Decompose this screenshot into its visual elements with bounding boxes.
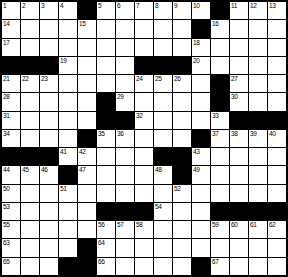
black-cell-r9c2: [21, 148, 39, 165]
cell-r14c6[interactable]: 64: [97, 239, 115, 256]
clue-number: 52: [174, 185, 181, 192]
cell-r1c9[interactable]: 8: [154, 2, 172, 19]
crossword-grid: 1234567891011121314151617181920212223242…: [0, 0, 288, 277]
cell-r7c12[interactable]: 33: [211, 112, 229, 129]
cell-r2c10[interactable]: [173, 20, 191, 37]
cell-r7c9[interactable]: [154, 112, 172, 129]
cell-r2c2[interactable]: [21, 20, 39, 37]
clue-number: 41: [60, 148, 67, 155]
clue-number: 39: [250, 130, 257, 137]
cell-r14c2[interactable]: [21, 239, 39, 256]
clue-number: 48: [155, 166, 162, 173]
cell-r9c15[interactable]: [268, 148, 286, 165]
cell-r10c12[interactable]: [211, 166, 229, 183]
cell-r8c4[interactable]: [59, 130, 77, 147]
black-cell-r9c1: [2, 148, 20, 165]
clue-number: 58: [136, 221, 143, 228]
clue-number: 60: [231, 221, 238, 228]
clue-number: 8: [155, 2, 158, 9]
clue-number: 24: [136, 75, 143, 82]
cell-r2c12[interactable]: 16: [211, 20, 229, 37]
cell-r11c12[interactable]: [211, 185, 229, 202]
cell-r15c9[interactable]: [154, 258, 172, 275]
cell-r13c3[interactable]: [40, 221, 58, 238]
cell-r15c12[interactable]: 67: [211, 258, 229, 275]
clue-number: 53: [3, 203, 10, 210]
cell-r9c6[interactable]: [97, 148, 115, 165]
cell-r8c12[interactable]: 37: [211, 130, 229, 147]
cell-r3c2[interactable]: [21, 39, 39, 56]
cell-r12c9[interactable]: 54: [154, 203, 172, 220]
cell-r6c15[interactable]: [268, 93, 286, 110]
clue-number: 62: [269, 221, 276, 228]
cell-r2c15[interactable]: [268, 20, 286, 37]
clue-number: 11: [231, 2, 237, 9]
cell-r3c8[interactable]: [135, 39, 153, 56]
cell-r5c6[interactable]: [97, 75, 115, 92]
cell-r5c15[interactable]: [268, 75, 286, 92]
clue-number: 28: [3, 93, 10, 100]
cell-r3c3[interactable]: [40, 39, 58, 56]
black-cell-r12c7: [116, 203, 134, 220]
cell-r1c2[interactable]: 2: [21, 2, 39, 19]
cell-r8c2[interactable]: [21, 130, 39, 147]
black-cell-r9c3: [40, 148, 58, 165]
cell-r12c11[interactable]: [192, 203, 210, 220]
cell-r12c10[interactable]: [173, 203, 191, 220]
cell-r3c1[interactable]: 17: [2, 39, 20, 56]
clue-number: 25: [155, 75, 162, 82]
cell-r11c14[interactable]: [249, 185, 267, 202]
cell-r11c7[interactable]: [116, 185, 134, 202]
clue-number: 9: [174, 2, 177, 9]
clue-number: 30: [231, 93, 238, 100]
cell-r4c6[interactable]: [97, 57, 115, 74]
cell-r5c14[interactable]: [249, 75, 267, 92]
cell-r2c1[interactable]: 14: [2, 20, 20, 37]
black-cell-r6c6: [97, 93, 115, 110]
cell-r5c4[interactable]: [59, 75, 77, 92]
cell-r13c1[interactable]: 55: [2, 221, 20, 238]
clue-number: 32: [136, 112, 143, 119]
black-cell-r12c15: [268, 203, 286, 220]
clue-number: 15: [79, 20, 86, 27]
clue-number: 45: [22, 166, 29, 173]
cell-r9c4[interactable]: 41: [59, 148, 77, 165]
cell-r13c7[interactable]: 57: [116, 221, 134, 238]
clue-number: 31: [3, 112, 10, 119]
cell-r2c4[interactable]: [59, 20, 77, 37]
cell-r15c13[interactable]: [230, 258, 248, 275]
cell-r10c2[interactable]: 45: [21, 166, 39, 183]
cell-r1c15[interactable]: 13: [268, 2, 286, 19]
cell-r9c14[interactable]: [249, 148, 267, 165]
cell-r6c4[interactable]: [59, 93, 77, 110]
cell-r14c9[interactable]: [154, 239, 172, 256]
cell-r8c9[interactable]: [154, 130, 172, 147]
cell-r15c6[interactable]: 66: [97, 258, 115, 275]
cell-r12c5[interactable]: [78, 203, 96, 220]
cell-r15c2[interactable]: [21, 258, 39, 275]
cell-r10c11[interactable]: 49: [192, 166, 210, 183]
cell-r12c1[interactable]: 53: [2, 203, 20, 220]
cell-r5c11[interactable]: [192, 75, 210, 92]
cell-r4c12[interactable]: [211, 57, 229, 74]
black-cell-r7c6: [97, 112, 115, 129]
cell-r1c8[interactable]: 7: [135, 2, 153, 19]
cell-r2c5[interactable]: 15: [78, 20, 96, 37]
cell-r14c1[interactable]: 63: [2, 239, 20, 256]
cell-r13c6[interactable]: 56: [97, 221, 115, 238]
cell-r5c2[interactable]: 22: [21, 75, 39, 92]
clue-number: 1: [3, 2, 6, 9]
cell-r8c6[interactable]: 35: [97, 130, 115, 147]
cell-r3c9[interactable]: [154, 39, 172, 56]
cell-r6c5[interactable]: [78, 93, 96, 110]
cell-r13c8[interactable]: 58: [135, 221, 153, 238]
clue-number: 47: [79, 166, 86, 173]
cell-r11c15[interactable]: [268, 185, 286, 202]
cell-r7c10[interactable]: [173, 112, 191, 129]
cell-r14c13[interactable]: [230, 239, 248, 256]
clue-number: 19: [60, 57, 67, 64]
black-cell-r7c13: [230, 112, 248, 129]
cell-r13c2[interactable]: [21, 221, 39, 238]
black-cell-r2c11: [192, 20, 210, 37]
cell-r15c14[interactable]: [249, 258, 267, 275]
clue-number: 49: [193, 166, 200, 173]
cell-r1c6[interactable]: 5: [97, 2, 115, 19]
cell-r2c14[interactable]: [249, 20, 267, 37]
cell-r11c9[interactable]: [154, 185, 172, 202]
cell-r7c8[interactable]: 32: [135, 112, 153, 129]
cell-r7c1[interactable]: 31: [2, 112, 20, 129]
cell-r6c13[interactable]: 30: [230, 93, 248, 110]
clue-number: 50: [3, 185, 10, 192]
black-cell-r8c5: [78, 130, 96, 147]
cell-r14c3[interactable]: [40, 239, 58, 256]
black-cell-r12c13: [230, 203, 248, 220]
cell-r15c7[interactable]: [116, 258, 134, 275]
cell-r2c13[interactable]: [230, 20, 248, 37]
cell-r5c7[interactable]: [116, 75, 134, 92]
black-cell-r12c12: [211, 203, 229, 220]
cell-r4c13[interactable]: [230, 57, 248, 74]
clue-number: 6: [117, 2, 120, 9]
cell-r13c15[interactable]: 62: [268, 221, 286, 238]
cell-r11c10[interactable]: 52: [173, 185, 191, 202]
clue-number: 63: [3, 239, 10, 246]
cell-r2c7[interactable]: [116, 20, 134, 37]
cell-r8c13[interactable]: 38: [230, 130, 248, 147]
cell-r11c1[interactable]: 50: [2, 185, 20, 202]
cell-r6c1[interactable]: 28: [2, 93, 20, 110]
clue-number: 54: [155, 203, 162, 210]
black-cell-r15c5: [78, 258, 96, 275]
cell-r13c5[interactable]: [78, 221, 96, 238]
cell-r3c7[interactable]: [116, 39, 134, 56]
cell-r2c9[interactable]: [154, 20, 172, 37]
cell-r11c3[interactable]: [40, 185, 58, 202]
cell-r8c10[interactable]: [173, 130, 191, 147]
cell-r8c14[interactable]: 39: [249, 130, 267, 147]
cell-r8c7[interactable]: 36: [116, 130, 134, 147]
cell-r7c11[interactable]: [192, 112, 210, 129]
cell-r10c14[interactable]: [249, 166, 267, 183]
cell-r4c11[interactable]: 20: [192, 57, 210, 74]
cell-r10c15[interactable]: [268, 166, 286, 183]
black-cell-r12c6: [97, 203, 115, 220]
cell-r1c1[interactable]: 1: [2, 2, 20, 19]
cell-r10c6[interactable]: [97, 166, 115, 183]
cell-r5c3[interactable]: 23: [40, 75, 58, 92]
cell-r14c10[interactable]: [173, 239, 191, 256]
cell-r4c7[interactable]: [116, 57, 134, 74]
cell-r5c5[interactable]: [78, 75, 96, 92]
clue-number: 38: [231, 130, 238, 137]
cell-r13c14[interactable]: 61: [249, 221, 267, 238]
cell-r5c8[interactable]: 24: [135, 75, 153, 92]
cell-r2c6[interactable]: [97, 20, 115, 37]
clue-number: 10: [193, 2, 200, 9]
cell-r10c9[interactable]: 48: [154, 166, 172, 183]
cell-r14c15[interactable]: [268, 239, 286, 256]
cell-r4c14[interactable]: [249, 57, 267, 74]
cell-r3c14[interactable]: [249, 39, 267, 56]
cell-r5c1[interactable]: 21: [2, 75, 20, 92]
black-cell-r14c5: [78, 239, 96, 256]
cell-r4c15[interactable]: [268, 57, 286, 74]
cell-r11c2[interactable]: [21, 185, 39, 202]
cell-r6c7[interactable]: 29: [116, 93, 134, 110]
black-cell-r9c10: [173, 148, 191, 165]
clue-number: 59: [212, 221, 219, 228]
clue-number: 40: [269, 130, 276, 137]
cell-r12c3[interactable]: [40, 203, 58, 220]
cell-r15c1[interactable]: 65: [2, 258, 20, 275]
cell-r14c8[interactable]: [135, 239, 153, 256]
clue-number: 46: [41, 166, 48, 173]
cell-r7c2[interactable]: [21, 112, 39, 129]
clue-number: 42: [79, 148, 86, 155]
clue-number: 5: [98, 2, 101, 9]
cell-r1c11[interactable]: 10: [192, 2, 210, 19]
clue-number: 7: [136, 2, 139, 9]
cell-r3c5[interactable]: [78, 39, 96, 56]
cell-r11c11[interactable]: [192, 185, 210, 202]
cell-r9c13[interactable]: [230, 148, 248, 165]
cell-r10c13[interactable]: [230, 166, 248, 183]
black-cell-r4c2: [21, 57, 39, 74]
clue-number: 34: [3, 130, 10, 137]
cell-r1c4[interactable]: 4: [59, 2, 77, 19]
cell-r14c11[interactable]: [192, 239, 210, 256]
cell-r12c2[interactable]: [21, 203, 39, 220]
cell-r11c6[interactable]: [97, 185, 115, 202]
cell-r6c3[interactable]: [40, 93, 58, 110]
clue-number: 2: [22, 2, 25, 9]
cell-r12c4[interactable]: [59, 203, 77, 220]
cell-r2c3[interactable]: [40, 20, 58, 37]
cell-r14c4[interactable]: [59, 239, 77, 256]
cell-r5c10[interactable]: 26: [173, 75, 191, 92]
cell-r14c12[interactable]: [211, 239, 229, 256]
clue-number: 29: [117, 93, 124, 100]
clue-number: 3: [41, 2, 44, 9]
cell-r11c5[interactable]: [78, 185, 96, 202]
cell-r7c3[interactable]: [40, 112, 58, 129]
black-cell-r12c8: [135, 203, 153, 220]
clue-number: 57: [117, 221, 124, 228]
cell-r3c15[interactable]: [268, 39, 286, 56]
cell-r9c12[interactable]: [211, 148, 229, 165]
cell-r13c4[interactable]: [59, 221, 77, 238]
cell-r9c5[interactable]: 42: [78, 148, 96, 165]
clue-number: 35: [98, 130, 105, 137]
clue-number: 33: [212, 112, 219, 119]
cell-r1c13[interactable]: 11: [230, 2, 248, 19]
cell-r14c7[interactable]: [116, 239, 134, 256]
cell-r1c3[interactable]: 3: [40, 2, 58, 19]
cell-r3c4[interactable]: [59, 39, 77, 56]
cell-r3c10[interactable]: [173, 39, 191, 56]
black-cell-r4c8: [135, 57, 153, 74]
cell-r5c9[interactable]: 25: [154, 75, 172, 92]
black-cell-r15c11: [192, 258, 210, 275]
cell-r6c11[interactable]: [192, 93, 210, 110]
cell-r6c8[interactable]: [135, 93, 153, 110]
black-cell-r15c4: [59, 258, 77, 275]
black-cell-r9c9: [154, 148, 172, 165]
cell-r14c14[interactable]: [249, 239, 267, 256]
cell-r3c12[interactable]: [211, 39, 229, 56]
clue-number: 13: [269, 2, 276, 9]
cell-r11c13[interactable]: [230, 185, 248, 202]
cell-r15c8[interactable]: [135, 258, 153, 275]
clue-number: 43: [193, 148, 200, 155]
black-cell-r10c4: [59, 166, 77, 183]
black-cell-r6c12: [211, 93, 229, 110]
clue-number: 14: [3, 20, 10, 27]
black-cell-r1c5: [78, 2, 96, 19]
cell-r7c5[interactable]: [78, 112, 96, 129]
clue-number: 17: [3, 39, 10, 46]
clue-number: 23: [41, 75, 48, 82]
clue-number: 18: [193, 39, 200, 46]
clue-number: 37: [212, 130, 219, 137]
black-cell-r4c9: [154, 57, 172, 74]
clue-number: 67: [212, 258, 219, 265]
cell-r5c13[interactable]: 27: [230, 75, 248, 92]
cell-r4c5[interactable]: [78, 57, 96, 74]
clue-number: 21: [3, 75, 10, 82]
cell-r13c9[interactable]: [154, 221, 172, 238]
cell-r1c10[interactable]: 9: [173, 2, 191, 19]
black-cell-r4c10: [173, 57, 191, 74]
clue-number: 16: [212, 20, 219, 27]
clue-number: 27: [231, 75, 238, 82]
cell-r8c15[interactable]: 40: [268, 130, 286, 147]
cell-r11c8[interactable]: [135, 185, 153, 202]
clue-number: 22: [22, 75, 29, 82]
black-cell-r7c15: [268, 112, 286, 129]
cell-r6c2[interactable]: [21, 93, 39, 110]
black-cell-r7c7: [116, 112, 134, 129]
clue-number: 51: [60, 185, 67, 192]
black-cell-r1c12: [211, 2, 229, 19]
cell-r13c12[interactable]: 59: [211, 221, 229, 238]
cell-r9c8[interactable]: [135, 148, 153, 165]
cell-r13c13[interactable]: 60: [230, 221, 248, 238]
clue-number: 20: [193, 57, 200, 64]
cell-r13c11[interactable]: [192, 221, 210, 238]
cell-r2c8[interactable]: [135, 20, 153, 37]
black-cell-r12c14: [249, 203, 267, 220]
cell-r6c10[interactable]: [173, 93, 191, 110]
black-cell-r10c10: [173, 166, 191, 183]
clue-number: 65: [3, 258, 10, 265]
black-cell-r8c11: [192, 130, 210, 147]
clue-number: 44: [3, 166, 10, 173]
clue-number: 12: [250, 2, 257, 9]
cell-r8c8[interactable]: [135, 130, 153, 147]
cell-r3c13[interactable]: [230, 39, 248, 56]
cell-r11c4[interactable]: 51: [59, 185, 77, 202]
cell-r15c10[interactable]: [173, 258, 191, 275]
cell-r13c10[interactable]: [173, 221, 191, 238]
cell-r15c3[interactable]: [40, 258, 58, 275]
cell-r8c1[interactable]: 34: [2, 130, 20, 147]
clue-number: 56: [98, 221, 105, 228]
cell-r9c11[interactable]: 43: [192, 148, 210, 165]
cell-r4c4[interactable]: 19: [59, 57, 77, 74]
cell-r8c3[interactable]: [40, 130, 58, 147]
cell-r3c11[interactable]: 18: [192, 39, 210, 56]
cell-r6c14[interactable]: [249, 93, 267, 110]
black-cell-r5c12: [211, 75, 229, 92]
cell-r6c9[interactable]: [154, 93, 172, 110]
cell-r15c15[interactable]: [268, 258, 286, 275]
black-cell-r4c3: [40, 57, 58, 74]
cell-r10c8[interactable]: [135, 166, 153, 183]
clue-number: 55: [3, 221, 10, 228]
cell-r3c6[interactable]: [97, 39, 115, 56]
black-cell-r4c1: [2, 57, 20, 74]
cell-r1c14[interactable]: 12: [249, 2, 267, 19]
clue-number: 61: [250, 221, 257, 228]
cell-r1c7[interactable]: 6: [116, 2, 134, 19]
cell-r10c3[interactable]: 46: [40, 166, 58, 183]
cell-r9c7[interactable]: [116, 148, 134, 165]
cell-r10c1[interactable]: 44: [2, 166, 20, 183]
clue-number: 64: [98, 239, 105, 246]
clue-number: 4: [60, 2, 63, 9]
cell-r10c7[interactable]: [116, 166, 134, 183]
clue-number: 66: [98, 258, 105, 265]
cell-r10c5[interactable]: 47: [78, 166, 96, 183]
black-cell-r7c14: [249, 112, 267, 129]
cell-r7c4[interactable]: [59, 112, 77, 129]
clue-number: 26: [174, 75, 181, 82]
clue-number: 36: [117, 130, 124, 137]
